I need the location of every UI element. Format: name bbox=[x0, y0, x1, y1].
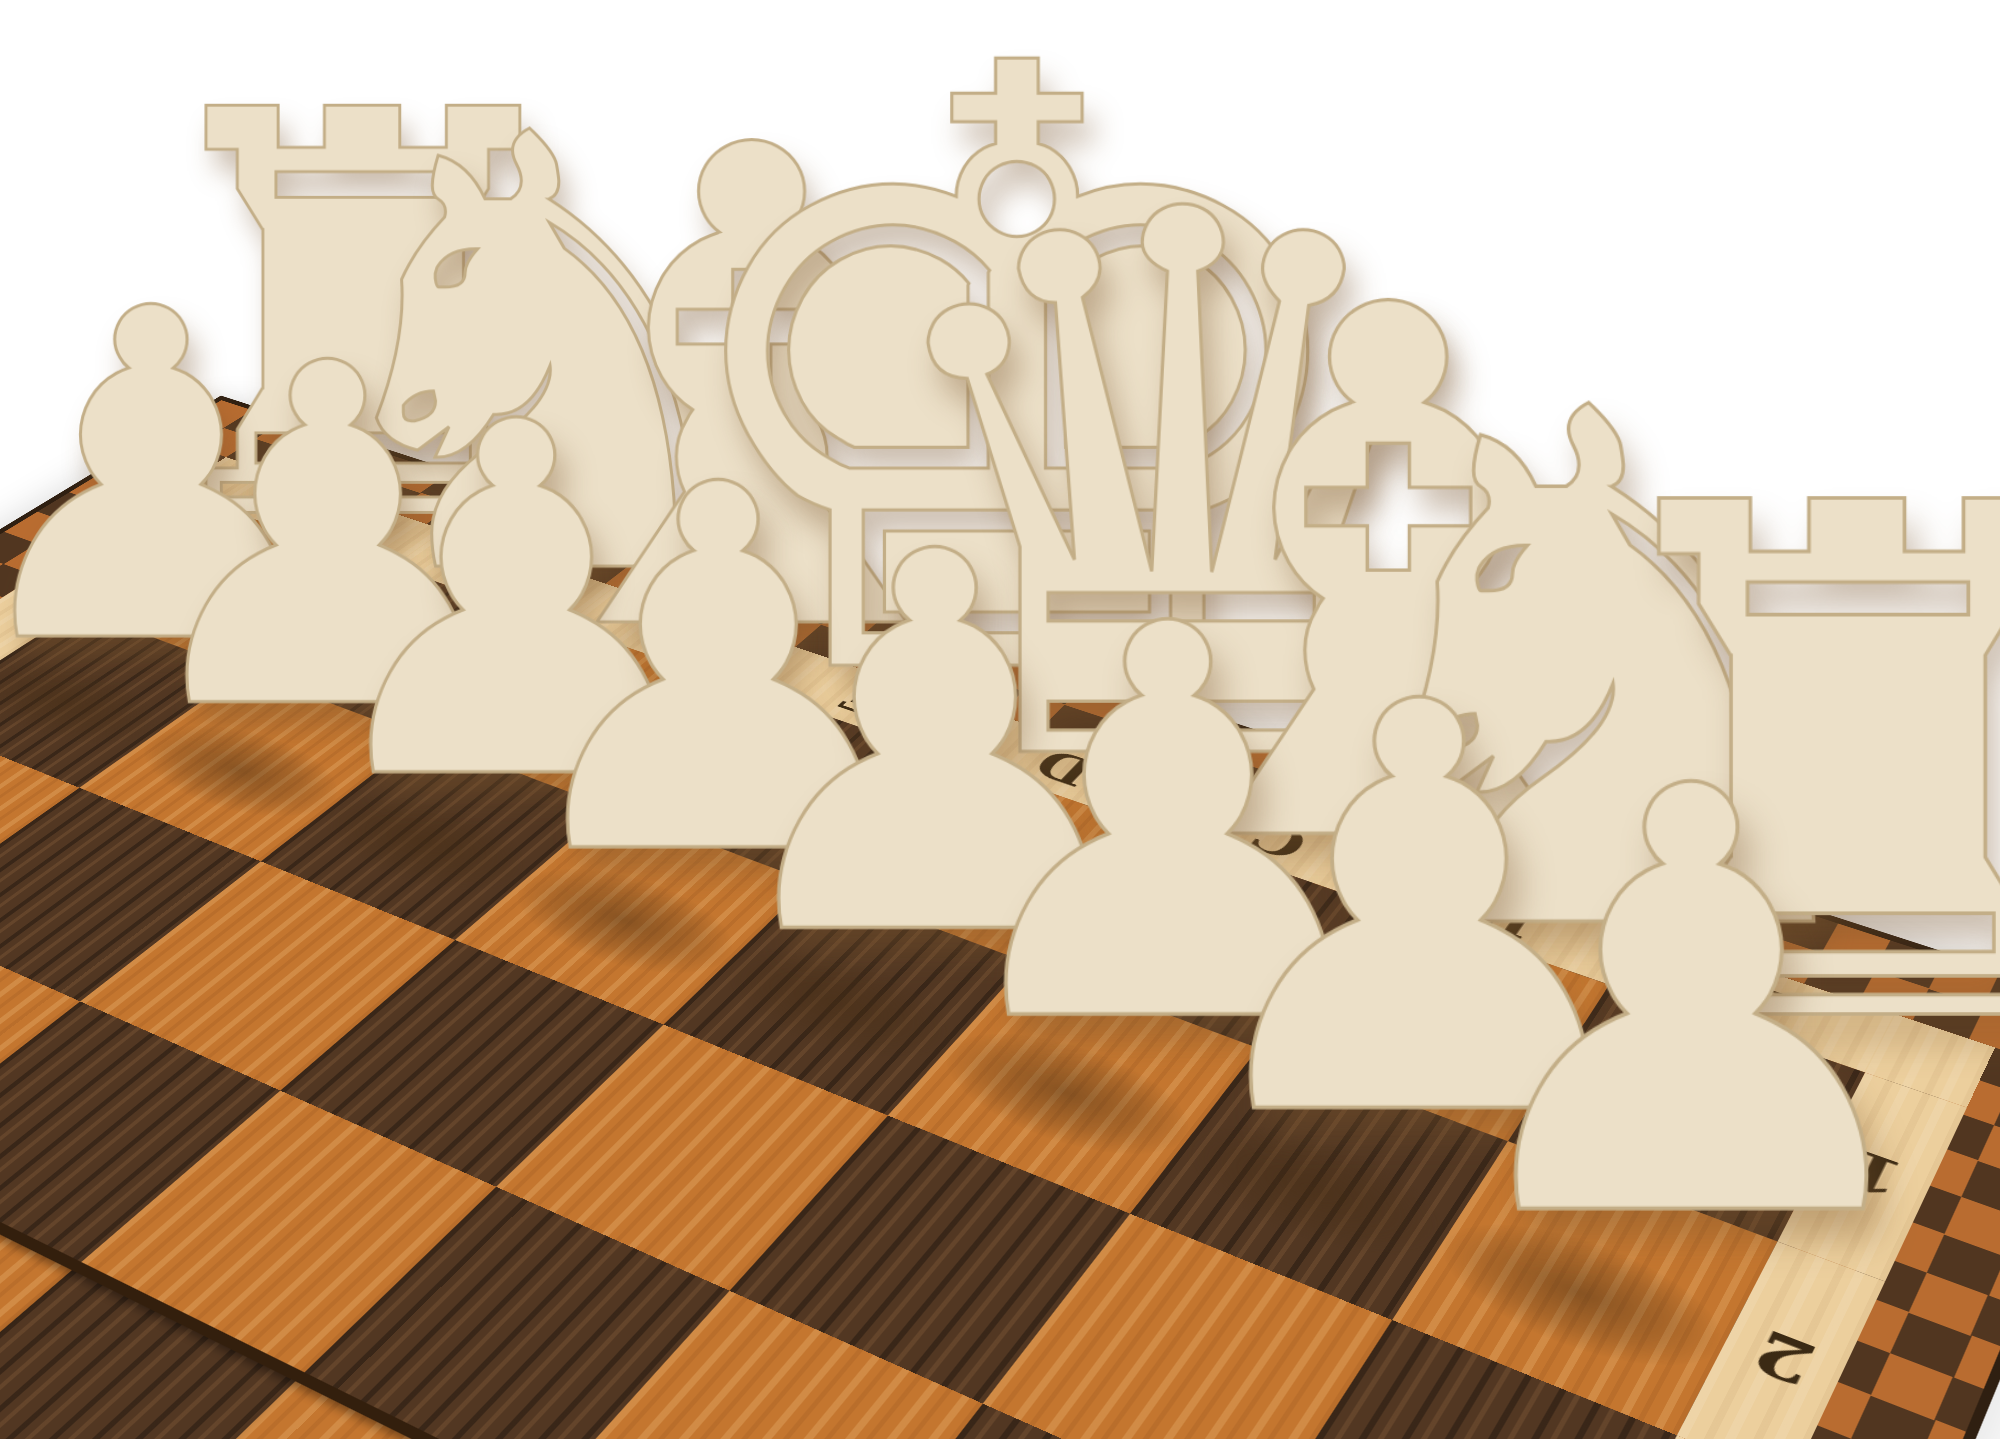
piece-white-pawn: ♟ bbox=[0, 251, 177, 706]
file-letter: A bbox=[1711, 968, 1790, 1032]
file-letter: C bbox=[1239, 812, 1319, 868]
file-letter: F bbox=[642, 614, 717, 659]
file-letter: B bbox=[1465, 886, 1549, 947]
chess-board-grid: HGFEDCBA1♜♞♝♚♛♝♞♜12♟♟♟♟♟♟♟♟2 bbox=[0, 457, 1995, 1439]
chess-board: HGFEDCBA1♜♞♝♚♛♝♞♜12♟♟♟♟♟♟♟♟2 bbox=[0, 396, 2000, 1439]
file-letter: E bbox=[827, 676, 905, 725]
file-letter: H bbox=[295, 499, 379, 542]
file-letter: G bbox=[462, 555, 543, 599]
rank-number: 1 bbox=[1836, 1137, 1914, 1209]
rank-number: 2 bbox=[1741, 1316, 1826, 1398]
product-photo-stage: HGFEDCBA1♜♞♝♚♛♝♞♜12♟♟♟♟♟♟♟♟2 bbox=[0, 0, 2000, 1439]
piece-shadow bbox=[916, 1010, 1214, 1179]
file-letter: D bbox=[1024, 741, 1108, 795]
